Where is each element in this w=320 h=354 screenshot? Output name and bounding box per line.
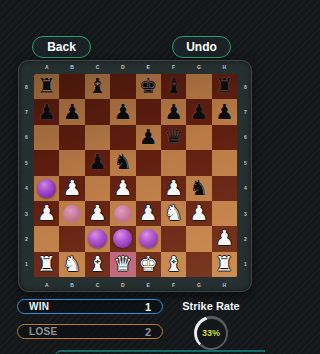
- square-h1[interactable]: ♜: [212, 252, 237, 277]
- rank-label-4: 4: [21, 176, 32, 201]
- black-king-e8[interactable]: ♚: [139, 76, 158, 97]
- square-e5[interactable]: [136, 150, 161, 175]
- black-pawn-e6[interactable]: ♟: [139, 127, 158, 148]
- black-pawn-d7[interactable]: ♟: [113, 102, 132, 123]
- win-label: WIN: [29, 301, 49, 312]
- file-label-e: E: [136, 281, 161, 290]
- square-c4[interactable]: [85, 176, 110, 201]
- square-b6[interactable]: [59, 125, 84, 150]
- rank-label-3: 3: [21, 201, 32, 226]
- square-c2[interactable]: [85, 226, 110, 251]
- square-d2[interactable]: [110, 226, 135, 251]
- square-c1[interactable]: ♝: [85, 252, 110, 277]
- square-c5[interactable]: ♟: [85, 150, 110, 175]
- black-bishop-c8[interactable]: ♝: [88, 76, 107, 97]
- black-knight-g4[interactable]: ♞: [190, 178, 209, 199]
- legal-move-hint-d2[interactable]: [113, 229, 132, 248]
- square-a3[interactable]: ♟: [34, 201, 59, 226]
- square-f2[interactable]: [161, 226, 186, 251]
- square-d1[interactable]: ♛: [110, 252, 135, 277]
- white-pawn-d4[interactable]: ♟: [113, 178, 132, 199]
- rank-label-2: 2: [240, 226, 251, 251]
- file-label-e: E: [136, 63, 161, 72]
- strike-rate-label: Strike Rate: [175, 300, 247, 312]
- square-d5[interactable]: ♞: [110, 150, 135, 175]
- white-bishop-f1[interactable]: ♝: [164, 254, 183, 275]
- square-g6[interactable]: [186, 125, 211, 150]
- square-f4[interactable]: ♟: [161, 176, 186, 201]
- square-f7[interactable]: ♟: [161, 99, 186, 124]
- back-button[interactable]: Back: [32, 36, 91, 58]
- rank-label-1: 1: [21, 252, 32, 277]
- rank-labels-right: 87654321: [240, 74, 251, 277]
- square-d3[interactable]: [110, 201, 135, 226]
- rank-label-2: 2: [21, 226, 32, 251]
- rank-label-1: 1: [240, 252, 251, 277]
- rank-labels-left: 87654321: [21, 74, 32, 277]
- square-h8[interactable]: ♜: [212, 74, 237, 99]
- win-value: 1: [145, 301, 151, 313]
- black-pawn-h7[interactable]: ♟: [215, 102, 234, 123]
- white-bishop-c1[interactable]: ♝: [88, 254, 107, 275]
- square-b2[interactable]: [59, 226, 84, 251]
- undo-button[interactable]: Undo: [172, 36, 231, 58]
- white-pawn-f4[interactable]: ♟: [164, 178, 183, 199]
- legal-move-hint-b3[interactable]: [63, 205, 81, 223]
- rank-label-5: 5: [240, 150, 251, 175]
- square-h6[interactable]: [212, 125, 237, 150]
- file-labels-bottom: ABCDEFGH: [34, 281, 237, 290]
- white-pawn-g3[interactable]: ♟: [190, 203, 209, 224]
- lose-value: 2: [145, 326, 151, 338]
- chess-board-frame: ABCDEFGH 87654321 87654321 ABCDEFGH ♜♝♚♝…: [18, 60, 252, 292]
- square-g4[interactable]: ♞: [186, 176, 211, 201]
- square-f8[interactable]: ♝: [161, 74, 186, 99]
- file-label-h: H: [212, 281, 237, 290]
- rank-label-5: 5: [21, 150, 32, 175]
- file-label-b: B: [59, 63, 84, 72]
- square-b1[interactable]: ♞: [59, 252, 84, 277]
- square-g8[interactable]: [186, 74, 211, 99]
- file-label-a: A: [34, 63, 59, 72]
- file-label-d: D: [110, 281, 135, 290]
- square-a1[interactable]: ♜: [34, 252, 59, 277]
- rank-label-3: 3: [240, 201, 251, 226]
- square-a5[interactable]: [34, 150, 59, 175]
- file-label-g: G: [186, 63, 211, 72]
- strike-rate-ring: 33%: [194, 316, 228, 350]
- square-e3[interactable]: ♟: [136, 201, 161, 226]
- strike-rate-value: 33%: [194, 316, 228, 350]
- square-g7[interactable]: ♟: [186, 99, 211, 124]
- white-rook-h1[interactable]: ♜: [215, 254, 234, 275]
- file-label-f: F: [161, 63, 186, 72]
- square-f5[interactable]: [161, 150, 186, 175]
- square-a7[interactable]: ♟: [34, 99, 59, 124]
- square-a2[interactable]: [34, 226, 59, 251]
- white-pawn-h2[interactable]: ♟: [215, 228, 234, 249]
- white-king-e1[interactable]: ♚: [139, 254, 158, 275]
- file-label-c: C: [85, 63, 110, 72]
- square-f6[interactable]: ♛: [161, 125, 186, 150]
- square-h4[interactable]: [212, 176, 237, 201]
- file-label-b: B: [59, 281, 84, 290]
- rank-label-8: 8: [240, 74, 251, 99]
- square-h7[interactable]: ♟: [212, 99, 237, 124]
- bottom-panel-edge: [55, 350, 265, 354]
- black-knight-d5[interactable]: ♞: [113, 152, 132, 173]
- win-counter: WIN 1: [17, 299, 163, 314]
- white-pawn-c3[interactable]: ♟: [88, 203, 107, 224]
- rank-label-4: 4: [240, 176, 251, 201]
- white-pawn-e3[interactable]: ♟: [139, 203, 158, 224]
- black-rook-h8[interactable]: ♜: [215, 76, 234, 97]
- white-queen-d1[interactable]: ♛: [113, 254, 132, 275]
- black-rook-a8[interactable]: ♜: [37, 76, 56, 97]
- white-rook-a1[interactable]: ♜: [37, 254, 56, 275]
- square-e2[interactable]: [136, 226, 161, 251]
- square-g2[interactable]: [186, 226, 211, 251]
- file-label-f: F: [161, 281, 186, 290]
- rank-label-7: 7: [21, 99, 32, 124]
- legal-move-hint-a4[interactable]: [37, 179, 56, 198]
- rank-label-7: 7: [240, 99, 251, 124]
- legal-move-hint-d3[interactable]: [114, 205, 132, 223]
- file-label-c: C: [85, 281, 110, 290]
- square-b5[interactable]: [59, 150, 84, 175]
- square-d8[interactable]: [110, 74, 135, 99]
- lose-counter: LOSE 2: [17, 324, 163, 339]
- square-e1[interactable]: ♚: [136, 252, 161, 277]
- white-knight-b1[interactable]: ♞: [63, 254, 82, 275]
- square-b4[interactable]: ♟: [59, 176, 84, 201]
- square-g5[interactable]: [186, 150, 211, 175]
- square-d4[interactable]: ♟: [110, 176, 135, 201]
- file-labels-top: ABCDEFGH: [34, 63, 237, 72]
- black-pawn-c5[interactable]: ♟: [88, 152, 107, 173]
- square-e6[interactable]: ♟: [136, 125, 161, 150]
- square-h3[interactable]: [212, 201, 237, 226]
- chess-board[interactable]: ♜♝♚♝♜♟♟♟♟♟♟♟♛♟♞♟♟♟♞♟♟♟♞♟♟♜♞♝♛♚♝♜: [34, 74, 237, 277]
- lose-label: LOSE: [29, 326, 57, 337]
- legal-move-hint-c2[interactable]: [88, 229, 107, 248]
- legal-move-hint-e2[interactable]: [139, 229, 158, 248]
- white-pawn-a3[interactable]: ♟: [37, 203, 56, 224]
- black-pawn-f7[interactable]: ♟: [164, 102, 183, 123]
- square-c6[interactable]: [85, 125, 110, 150]
- white-knight-f3[interactable]: ♞: [164, 203, 183, 224]
- file-label-g: G: [186, 281, 211, 290]
- file-label-h: H: [212, 63, 237, 72]
- square-c8[interactable]: ♝: [85, 74, 110, 99]
- square-a6[interactable]: [34, 125, 59, 150]
- square-d6[interactable]: [110, 125, 135, 150]
- square-f3[interactable]: ♞: [161, 201, 186, 226]
- square-e7[interactable]: [136, 99, 161, 124]
- square-c7[interactable]: [85, 99, 110, 124]
- black-pawn-g7[interactable]: ♟: [190, 102, 209, 123]
- square-f1[interactable]: ♝: [161, 252, 186, 277]
- file-label-a: A: [34, 281, 59, 290]
- rank-label-6: 6: [21, 125, 32, 150]
- square-a4[interactable]: [34, 176, 59, 201]
- square-b8[interactable]: [59, 74, 84, 99]
- square-c3[interactable]: ♟: [85, 201, 110, 226]
- rank-label-6: 6: [240, 125, 251, 150]
- white-pawn-b4[interactable]: ♟: [63, 178, 82, 199]
- square-h2[interactable]: ♟: [212, 226, 237, 251]
- square-b3[interactable]: [59, 201, 84, 226]
- black-queen-f6[interactable]: ♛: [164, 127, 183, 148]
- square-e4[interactable]: [136, 176, 161, 201]
- black-pawn-b7[interactable]: ♟: [63, 102, 82, 123]
- square-a8[interactable]: ♜: [34, 74, 59, 99]
- square-e8[interactable]: ♚: [136, 74, 161, 99]
- black-pawn-a7[interactable]: ♟: [37, 102, 56, 123]
- square-d7[interactable]: ♟: [110, 99, 135, 124]
- square-g3[interactable]: ♟: [186, 201, 211, 226]
- square-b7[interactable]: ♟: [59, 99, 84, 124]
- black-bishop-f8[interactable]: ♝: [164, 76, 183, 97]
- square-h5[interactable]: [212, 150, 237, 175]
- square-g1[interactable]: [186, 252, 211, 277]
- file-label-d: D: [110, 63, 135, 72]
- rank-label-8: 8: [21, 74, 32, 99]
